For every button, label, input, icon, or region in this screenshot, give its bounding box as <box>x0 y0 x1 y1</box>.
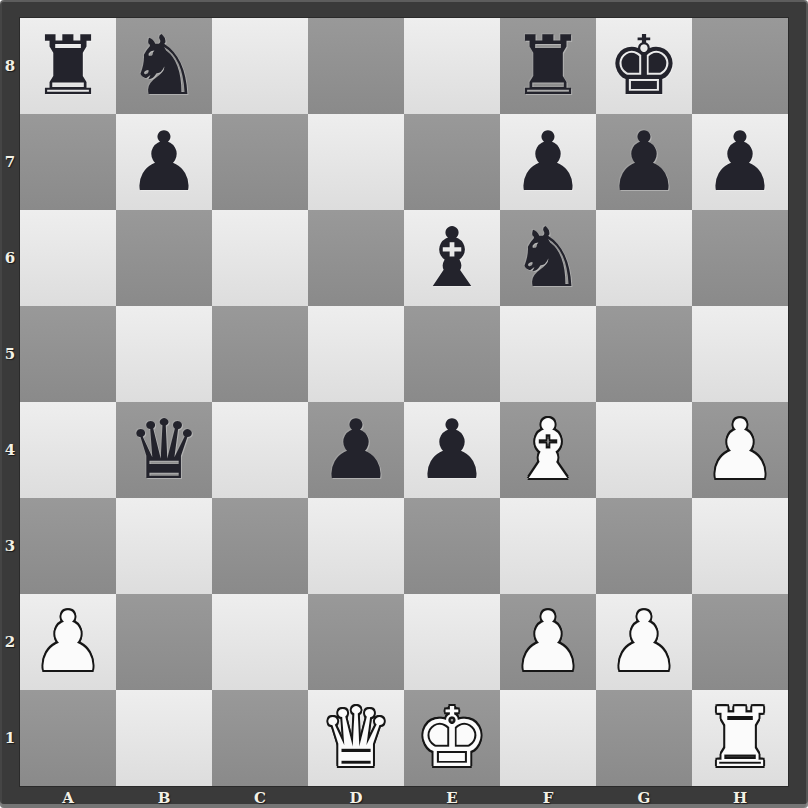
square-c4[interactable] <box>212 402 308 498</box>
square-g2[interactable]: ♟︎ <box>596 594 692 690</box>
square-f4[interactable]: ♝ <box>500 402 596 498</box>
square-g4[interactable] <box>596 402 692 498</box>
rank-label-8: 8 <box>0 18 20 114</box>
square-h4[interactable]: ♟︎ <box>692 402 788 498</box>
square-b6[interactable] <box>116 210 212 306</box>
square-f8[interactable]: ♜ <box>500 18 596 114</box>
square-g8[interactable]: ♚ <box>596 18 692 114</box>
square-h7[interactable]: ♟︎ <box>692 114 788 210</box>
square-b5[interactable] <box>116 306 212 402</box>
square-b7[interactable]: ♟︎ <box>116 114 212 210</box>
square-b1[interactable] <box>116 690 212 786</box>
piece-black-rook: ♜ <box>511 18 585 114</box>
file-label-c: C <box>212 787 308 808</box>
rank-label-3: 3 <box>0 498 20 594</box>
square-e5[interactable] <box>404 306 500 402</box>
file-label-f: F <box>500 787 596 808</box>
square-a8[interactable]: ♜ <box>20 18 116 114</box>
square-c5[interactable] <box>212 306 308 402</box>
piece-black-king: ♚ <box>607 18 681 114</box>
square-d2[interactable] <box>308 594 404 690</box>
file-label-g: G <box>596 787 692 808</box>
piece-white-rook: ♜ <box>703 690 777 786</box>
square-h6[interactable] <box>692 210 788 306</box>
rank-label-4: 4 <box>0 402 20 498</box>
file-label-h: H <box>692 787 788 808</box>
chess-board: ♜♞♜♚♟︎♟︎♟︎♟︎♝♞♛♟︎♟︎♝♟︎♟︎♟︎♟︎♛♚♜ <box>20 18 788 786</box>
square-a1[interactable] <box>20 690 116 786</box>
piece-white-pawn: ♟︎ <box>31 594 105 690</box>
square-d7[interactable] <box>308 114 404 210</box>
square-a5[interactable] <box>20 306 116 402</box>
square-d5[interactable] <box>308 306 404 402</box>
square-b3[interactable] <box>116 498 212 594</box>
file-label-e: E <box>404 787 500 808</box>
square-h1[interactable]: ♜ <box>692 690 788 786</box>
square-c3[interactable] <box>212 498 308 594</box>
rank-label-1: 1 <box>0 690 20 786</box>
file-label-d: D <box>308 787 404 808</box>
square-e3[interactable] <box>404 498 500 594</box>
square-f2[interactable]: ♟︎ <box>500 594 596 690</box>
piece-black-knight: ♞ <box>511 210 585 306</box>
square-f1[interactable] <box>500 690 596 786</box>
square-c8[interactable] <box>212 18 308 114</box>
square-b4[interactable]: ♛ <box>116 402 212 498</box>
square-e4[interactable]: ♟︎ <box>404 402 500 498</box>
square-c7[interactable] <box>212 114 308 210</box>
square-h5[interactable] <box>692 306 788 402</box>
square-f5[interactable] <box>500 306 596 402</box>
square-c1[interactable] <box>212 690 308 786</box>
square-g7[interactable]: ♟︎ <box>596 114 692 210</box>
square-a2[interactable]: ♟︎ <box>20 594 116 690</box>
square-d6[interactable] <box>308 210 404 306</box>
square-a6[interactable] <box>20 210 116 306</box>
piece-black-queen: ♛ <box>127 402 201 498</box>
piece-white-pawn: ♟︎ <box>607 594 681 690</box>
piece-white-bishop: ♝ <box>511 402 585 498</box>
square-c2[interactable] <box>212 594 308 690</box>
square-c6[interactable] <box>212 210 308 306</box>
piece-black-pawn: ♟︎ <box>511 114 585 210</box>
square-g5[interactable] <box>596 306 692 402</box>
square-e6[interactable]: ♝ <box>404 210 500 306</box>
piece-black-rook: ♜ <box>31 18 105 114</box>
piece-black-pawn: ♟︎ <box>415 402 489 498</box>
square-e1[interactable]: ♚ <box>404 690 500 786</box>
file-label-b: B <box>116 787 212 808</box>
piece-black-pawn: ♟︎ <box>319 402 393 498</box>
square-b8[interactable]: ♞ <box>116 18 212 114</box>
square-h2[interactable] <box>692 594 788 690</box>
square-a4[interactable] <box>20 402 116 498</box>
square-a7[interactable] <box>20 114 116 210</box>
chess-board-frame: ♜♞♜♚♟︎♟︎♟︎♟︎♝♞♛♟︎♟︎♝♟︎♟︎♟︎♟︎♛♚♜ 87654321… <box>0 0 808 808</box>
piece-black-knight: ♞ <box>127 18 201 114</box>
piece-black-pawn: ♟︎ <box>703 114 777 210</box>
square-b2[interactable] <box>116 594 212 690</box>
piece-black-pawn: ♟︎ <box>607 114 681 210</box>
rank-label-6: 6 <box>0 210 20 306</box>
file-label-a: A <box>20 787 116 808</box>
square-h8[interactable] <box>692 18 788 114</box>
square-e7[interactable] <box>404 114 500 210</box>
piece-white-queen: ♛ <box>319 690 393 786</box>
square-d3[interactable] <box>308 498 404 594</box>
square-a3[interactable] <box>20 498 116 594</box>
piece-white-king: ♚ <box>415 690 489 786</box>
square-d8[interactable] <box>308 18 404 114</box>
square-f7[interactable]: ♟︎ <box>500 114 596 210</box>
square-f6[interactable]: ♞ <box>500 210 596 306</box>
square-g6[interactable] <box>596 210 692 306</box>
square-e2[interactable] <box>404 594 500 690</box>
rank-label-5: 5 <box>0 306 20 402</box>
piece-white-pawn: ♟︎ <box>703 402 777 498</box>
rank-label-2: 2 <box>0 594 20 690</box>
rank-label-7: 7 <box>0 114 20 210</box>
piece-white-pawn: ♟︎ <box>511 594 585 690</box>
square-d4[interactable]: ♟︎ <box>308 402 404 498</box>
square-g1[interactable] <box>596 690 692 786</box>
square-e8[interactable] <box>404 18 500 114</box>
square-h3[interactable] <box>692 498 788 594</box>
square-f3[interactable] <box>500 498 596 594</box>
piece-black-pawn: ♟︎ <box>127 114 201 210</box>
square-d1[interactable]: ♛ <box>308 690 404 786</box>
square-g3[interactable] <box>596 498 692 594</box>
piece-black-bishop: ♝ <box>415 210 489 306</box>
